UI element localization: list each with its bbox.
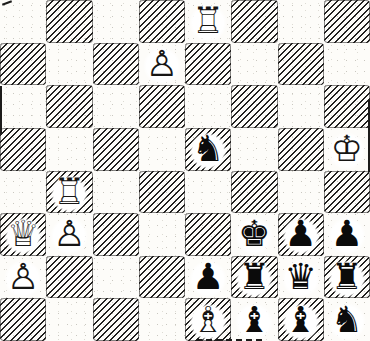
square-e1: ♗ bbox=[185, 298, 231, 341]
square-a6 bbox=[0, 85, 46, 128]
piece-white-bishop-e1: ♗ bbox=[188, 300, 228, 340]
square-f2: ♜ bbox=[231, 256, 277, 299]
square-e7 bbox=[185, 43, 231, 86]
square-e5: ♞ bbox=[185, 128, 231, 171]
square-a1 bbox=[0, 298, 46, 341]
piece-black-rook-h2: ♜ bbox=[327, 257, 367, 297]
piece-black-bishop-f1: ♝ bbox=[234, 300, 274, 340]
piece-white-pawn-d7: ♙ bbox=[142, 44, 182, 84]
square-d8 bbox=[139, 0, 185, 43]
square-e2: ♟ bbox=[185, 256, 231, 299]
square-h6 bbox=[324, 85, 370, 128]
piece-white-rook-b4: ♖ bbox=[49, 172, 89, 212]
chess-board: ♖♙♞♔♖♕♙♚♟♟♙♟♜♛♜♗♝♝♞ bbox=[0, 0, 370, 341]
square-h5: ♔ bbox=[324, 128, 370, 171]
square-h4 bbox=[324, 171, 370, 214]
square-e3 bbox=[185, 213, 231, 256]
square-g1: ♝ bbox=[278, 298, 324, 341]
piece-black-knight-h1: ♞ bbox=[327, 300, 367, 340]
square-g4 bbox=[278, 171, 324, 214]
piece-white-rook-e8: ♖ bbox=[188, 1, 228, 41]
square-d3 bbox=[139, 213, 185, 256]
square-f3: ♚ bbox=[231, 213, 277, 256]
square-b4: ♖ bbox=[46, 171, 92, 214]
square-a5 bbox=[0, 128, 46, 171]
square-h7 bbox=[324, 43, 370, 86]
square-a3: ♕ bbox=[0, 213, 46, 256]
square-g5 bbox=[278, 128, 324, 171]
square-c5 bbox=[93, 128, 139, 171]
square-d4 bbox=[139, 171, 185, 214]
piece-white-pawn-a2: ♙ bbox=[3, 257, 43, 297]
square-e6 bbox=[185, 85, 231, 128]
square-c6 bbox=[93, 85, 139, 128]
piece-black-queen-g2: ♛ bbox=[281, 257, 321, 297]
square-f5 bbox=[231, 128, 277, 171]
piece-black-pawn-e2: ♟ bbox=[188, 257, 228, 297]
piece-black-bishop-g1: ♝ bbox=[281, 300, 321, 340]
square-h8 bbox=[324, 0, 370, 43]
square-h1: ♞ bbox=[324, 298, 370, 341]
square-d1 bbox=[139, 298, 185, 341]
square-c3 bbox=[93, 213, 139, 256]
piece-black-rook-f2: ♜ bbox=[234, 257, 274, 297]
square-b7 bbox=[46, 43, 92, 86]
square-f1: ♝ bbox=[231, 298, 277, 341]
piece-white-queen-a3: ♕ bbox=[3, 214, 43, 254]
square-a4 bbox=[0, 171, 46, 214]
square-g6 bbox=[278, 85, 324, 128]
square-b5 bbox=[46, 128, 92, 171]
square-c4 bbox=[93, 171, 139, 214]
piece-black-pawn-g3: ♟ bbox=[281, 214, 321, 254]
square-a8 bbox=[0, 0, 46, 43]
square-h3: ♟ bbox=[324, 213, 370, 256]
square-a2: ♙ bbox=[0, 256, 46, 299]
square-f6 bbox=[231, 85, 277, 128]
piece-black-pawn-h3: ♟ bbox=[327, 214, 367, 254]
square-d7: ♙ bbox=[139, 43, 185, 86]
square-b3: ♙ bbox=[46, 213, 92, 256]
square-b2 bbox=[46, 256, 92, 299]
square-c8 bbox=[93, 0, 139, 43]
square-c7 bbox=[93, 43, 139, 86]
square-g2: ♛ bbox=[278, 256, 324, 299]
scan-artifact-left-edge bbox=[0, 86, 2, 134]
square-g8 bbox=[278, 0, 324, 43]
square-g7 bbox=[278, 43, 324, 86]
square-d6 bbox=[139, 85, 185, 128]
square-b8 bbox=[46, 0, 92, 43]
square-h2: ♜ bbox=[324, 256, 370, 299]
square-c1 bbox=[93, 298, 139, 341]
square-c2 bbox=[93, 256, 139, 299]
piece-white-pawn-b3: ♙ bbox=[49, 214, 89, 254]
square-e8: ♖ bbox=[185, 0, 231, 43]
square-a7 bbox=[0, 43, 46, 86]
square-d2 bbox=[139, 256, 185, 299]
square-f8 bbox=[231, 0, 277, 43]
square-e4 bbox=[185, 171, 231, 214]
square-f4 bbox=[231, 171, 277, 214]
square-b6 bbox=[46, 85, 92, 128]
square-b1 bbox=[46, 298, 92, 341]
square-f7 bbox=[231, 43, 277, 86]
piece-black-knight-e5: ♞ bbox=[188, 129, 228, 169]
square-g3: ♟ bbox=[278, 213, 324, 256]
piece-black-king-f3: ♚ bbox=[234, 214, 274, 254]
square-d5 bbox=[139, 128, 185, 171]
piece-white-king-h5: ♔ bbox=[327, 129, 367, 169]
